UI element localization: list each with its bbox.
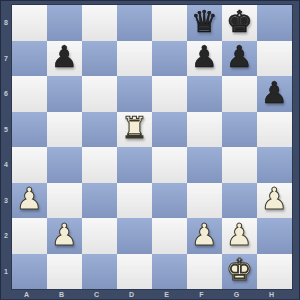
square-d2[interactable] (117, 218, 152, 254)
square-g8[interactable]: ♚ (222, 5, 257, 41)
white-pawn-piece[interactable]: ♟ (261, 184, 288, 214)
square-b8[interactable] (47, 5, 82, 41)
square-f7[interactable]: ♟ (187, 41, 222, 77)
black-queen-piece[interactable]: ♛ (191, 7, 218, 37)
file-label-h: H (254, 289, 289, 300)
rank-label-3: 3 (0, 183, 12, 219)
white-pawn-piece[interactable]: ♟ (16, 184, 43, 214)
file-label-e: E (149, 289, 184, 300)
square-e2[interactable] (152, 218, 187, 254)
rank-label-5: 5 (0, 112, 12, 148)
square-b1[interactable] (47, 254, 82, 290)
square-c1[interactable] (82, 254, 117, 290)
square-e4[interactable] (152, 147, 187, 183)
black-pawn-piece[interactable]: ♟ (51, 42, 78, 72)
square-e5[interactable] (152, 112, 187, 148)
square-e1[interactable] (152, 254, 187, 290)
square-a6[interactable] (12, 76, 47, 112)
file-labels: ABCDEFGH (12, 289, 292, 300)
white-pawn-piece[interactable]: ♟ (226, 220, 253, 250)
square-f3[interactable] (187, 183, 222, 219)
rank-label-1: 1 (0, 254, 12, 290)
square-b5[interactable] (47, 112, 82, 148)
square-b3[interactable] (47, 183, 82, 219)
square-f4[interactable] (187, 147, 222, 183)
square-g2[interactable]: ♟ (222, 218, 257, 254)
square-a3[interactable]: ♟ (12, 183, 47, 219)
white-king-piece[interactable]: ♚ (226, 255, 253, 285)
black-pawn-piece[interactable]: ♟ (226, 42, 253, 72)
square-h3[interactable]: ♟ (257, 183, 292, 219)
square-f1[interactable] (187, 254, 222, 290)
rank-label-7: 7 (0, 41, 12, 77)
square-h8[interactable] (257, 5, 292, 41)
rank-label-4: 4 (0, 147, 12, 183)
square-c8[interactable] (82, 5, 117, 41)
square-b6[interactable] (47, 76, 82, 112)
square-a5[interactable] (12, 112, 47, 148)
square-d5[interactable]: ♜ (117, 112, 152, 148)
square-a7[interactable] (12, 41, 47, 77)
square-h4[interactable] (257, 147, 292, 183)
square-g6[interactable] (222, 76, 257, 112)
square-h6[interactable]: ♟ (257, 76, 292, 112)
square-d1[interactable] (117, 254, 152, 290)
rank-label-6: 6 (0, 76, 12, 112)
square-d3[interactable] (117, 183, 152, 219)
square-e7[interactable] (152, 41, 187, 77)
white-pawn-piece[interactable]: ♟ (191, 220, 218, 250)
square-f5[interactable] (187, 112, 222, 148)
square-f8[interactable]: ♛ (187, 5, 222, 41)
square-c4[interactable] (82, 147, 117, 183)
file-label-d: D (114, 289, 149, 300)
square-f6[interactable] (187, 76, 222, 112)
square-a2[interactable] (12, 218, 47, 254)
square-h1[interactable] (257, 254, 292, 290)
white-rook-piece[interactable]: ♜ (121, 113, 148, 143)
black-pawn-piece[interactable]: ♟ (261, 78, 288, 108)
black-king-piece[interactable]: ♚ (226, 7, 253, 37)
rank-label-8: 8 (0, 5, 12, 41)
square-g7[interactable]: ♟ (222, 41, 257, 77)
rank-label-2: 2 (0, 218, 12, 254)
square-e8[interactable] (152, 5, 187, 41)
square-b4[interactable] (47, 147, 82, 183)
square-c6[interactable] (82, 76, 117, 112)
square-c2[interactable] (82, 218, 117, 254)
square-a8[interactable] (12, 5, 47, 41)
chess-board[interactable]: ♛♚♟♟♟♟♜♟♟♟♟♟♚ (12, 5, 292, 289)
square-h5[interactable] (257, 112, 292, 148)
file-label-b: B (44, 289, 79, 300)
white-pawn-piece[interactable]: ♟ (51, 220, 78, 250)
file-label-c: C (79, 289, 114, 300)
square-c3[interactable] (82, 183, 117, 219)
file-label-g: G (219, 289, 254, 300)
square-a4[interactable] (12, 147, 47, 183)
file-label-f: F (184, 289, 219, 300)
file-label-a: A (9, 289, 44, 300)
square-g1[interactable]: ♚ (222, 254, 257, 290)
square-g3[interactable] (222, 183, 257, 219)
square-g4[interactable] (222, 147, 257, 183)
square-e6[interactable] (152, 76, 187, 112)
square-d4[interactable] (117, 147, 152, 183)
chess-board-frame: 87654321 ♛♚♟♟♟♟♜♟♟♟♟♟♚ ABCDEFGH (0, 0, 300, 300)
square-f2[interactable]: ♟ (187, 218, 222, 254)
square-d7[interactable] (117, 41, 152, 77)
square-e3[interactable] (152, 183, 187, 219)
square-c5[interactable] (82, 112, 117, 148)
square-b2[interactable]: ♟ (47, 218, 82, 254)
square-d8[interactable] (117, 5, 152, 41)
black-pawn-piece[interactable]: ♟ (191, 42, 218, 72)
square-d6[interactable] (117, 76, 152, 112)
square-c7[interactable] (82, 41, 117, 77)
square-b7[interactable]: ♟ (47, 41, 82, 77)
square-h2[interactable] (257, 218, 292, 254)
square-a1[interactable] (12, 254, 47, 290)
square-g5[interactable] (222, 112, 257, 148)
square-h7[interactable] (257, 41, 292, 77)
rank-labels: 87654321 (0, 5, 12, 289)
